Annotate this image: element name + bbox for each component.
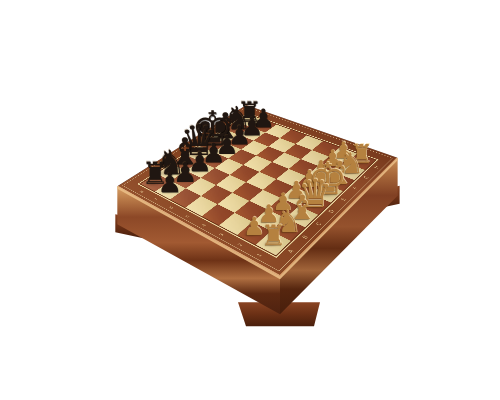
chess-set-photo: ABCDEFGH 87654321 ♜♞♝♛♚♝♞♜♟♟♟♟♟♟♟♟♟♟♟♟♟♟… xyxy=(0,0,500,400)
pieces-layer: ♜♞♝♛♚♝♞♜♟♟♟♟♟♟♟♟♟♟♟♟♟♟♟♟♜♞♝♛♚♝♞♜ xyxy=(0,0,500,400)
black-pawn[interactable]: ♟ xyxy=(157,169,182,196)
white-rook[interactable]: ♜ xyxy=(261,222,286,250)
